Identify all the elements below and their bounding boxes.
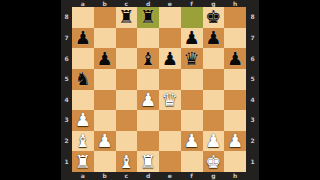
file-label-g: g [203,173,225,179]
piece-white-rook[interactable]: ♜ [140,152,156,170]
square-c4[interactable] [116,90,138,111]
file-label-d: d [137,1,159,7]
piece-white-pawn[interactable]: ♟ [97,132,113,150]
piece-white-pawn[interactable]: ♟ [75,111,91,129]
square-h2[interactable]: ♟ [224,131,246,152]
piece-black-rook[interactable]: ♜ [140,8,156,26]
file-label-h: h [224,1,246,7]
corner-bottom-right [246,172,259,180]
piece-white-pawn[interactable]: ♟ [140,90,156,108]
square-a6[interactable] [72,48,94,69]
square-g3[interactable] [203,110,225,131]
piece-black-pawn[interactable]: ♟ [227,49,243,67]
corner-top-left [61,0,72,7]
square-a8[interactable] [72,7,94,28]
square-d7[interactable] [137,28,159,49]
square-g8[interactable]: ♚ [203,7,225,28]
square-e1[interactable] [159,151,181,172]
square-b7[interactable] [94,28,116,49]
square-e4[interactable]: ♛ [159,90,181,111]
square-a7[interactable]: ♟ [72,28,94,49]
piece-black-knight[interactable]: ♞ [75,70,91,88]
rank-label-4: 4 [246,90,259,111]
square-g2[interactable]: ♟ [203,131,225,152]
piece-black-pawn[interactable]: ♟ [97,49,113,67]
square-f7[interactable]: ♟ [181,28,203,49]
rank-labels-left: 87654321 [61,7,72,172]
file-label-c: c [116,1,138,7]
file-label-b: b [94,1,116,7]
square-c1[interactable]: ♝ [116,151,138,172]
square-b4[interactable] [94,90,116,111]
square-a4[interactable] [72,90,94,111]
square-f4[interactable] [181,90,203,111]
piece-black-pawn[interactable]: ♟ [205,28,221,46]
rank-label-8: 8 [246,7,259,28]
square-h7[interactable] [224,28,246,49]
rank-label-8: 8 [61,7,72,28]
square-g4[interactable] [203,90,225,111]
rank-label-5: 5 [61,69,72,90]
piece-black-queen[interactable]: ♛ [184,49,200,67]
piece-white-pawn[interactable]: ♟ [184,132,200,150]
square-c6[interactable] [116,48,138,69]
square-e7[interactable] [159,28,181,49]
square-d1[interactable]: ♜ [137,151,159,172]
square-g6[interactable] [203,48,225,69]
file-label-f: f [181,173,203,179]
square-b1[interactable] [94,151,116,172]
square-a2[interactable]: ♝ [72,131,94,152]
rank-label-2: 2 [61,131,72,152]
square-e2[interactable] [159,131,181,152]
rank-label-1: 1 [61,151,72,172]
square-h1[interactable] [224,151,246,172]
square-c7[interactable] [116,28,138,49]
file-label-a: a [72,1,94,7]
square-d2[interactable] [137,131,159,152]
square-e3[interactable] [159,110,181,131]
file-label-e: e [159,173,181,179]
square-h3[interactable] [224,110,246,131]
square-b2[interactable]: ♟ [94,131,116,152]
piece-black-pawn[interactable]: ♟ [75,28,91,46]
square-c8[interactable]: ♜ [116,7,138,28]
file-label-a: a [72,173,94,179]
square-a3[interactable]: ♟ [72,110,94,131]
rank-label-3: 3 [61,110,72,131]
square-b8[interactable] [94,7,116,28]
square-f3[interactable] [181,110,203,131]
square-f1[interactable] [181,151,203,172]
square-d4[interactable]: ♟ [137,90,159,111]
file-label-g: g [203,1,225,7]
rank-label-7: 7 [61,28,72,49]
piece-white-king[interactable]: ♚ [205,152,221,170]
square-h6[interactable]: ♟ [224,48,246,69]
square-d8[interactable]: ♜ [137,7,159,28]
square-g1[interactable]: ♚ [203,151,225,172]
square-f2[interactable]: ♟ [181,131,203,152]
piece-black-pawn[interactable]: ♟ [184,28,200,46]
chess-board: ♜♜♚♟♟♟♟♝♟♛♟♞♟♛♟♝♟♟♟♟♜♝♜♚ [72,7,246,172]
piece-black-king[interactable]: ♚ [205,8,221,26]
file-label-h: h [224,173,246,179]
square-e5[interactable] [159,69,181,90]
square-h4[interactable] [224,90,246,111]
board-frame: abcdefgh 87654321 ♜♜♚♟♟♟♟♝♟♛♟♞♟♛♟♝♟♟♟♟♜♝… [61,0,259,180]
piece-white-pawn[interactable]: ♟ [227,132,243,150]
file-label-b: b [94,173,116,179]
square-h8[interactable] [224,7,246,28]
file-label-e: e [159,1,181,7]
rank-label-5: 5 [246,69,259,90]
file-labels-bottom: abcdefgh [72,172,246,180]
chess-app-screen: abcdefgh 87654321 ♜♜♚♟♟♟♟♝♟♛♟♞♟♛♟♝♟♟♟♟♜♝… [0,0,320,180]
rank-label-6: 6 [246,48,259,69]
square-c3[interactable] [116,110,138,131]
piece-black-pawn[interactable]: ♟ [162,49,178,67]
square-d6[interactable]: ♝ [137,48,159,69]
rank-label-7: 7 [246,28,259,49]
piece-black-bishop[interactable]: ♝ [140,49,156,67]
square-b5[interactable] [94,69,116,90]
square-c2[interactable] [116,131,138,152]
square-f5[interactable] [181,69,203,90]
square-c5[interactable] [116,69,138,90]
file-labels-top: abcdefgh [72,0,246,7]
rank-label-6: 6 [61,48,72,69]
square-g5[interactable] [203,69,225,90]
piece-white-queen[interactable]: ♛ [162,90,178,108]
rank-label-4: 4 [61,90,72,111]
square-f6[interactable]: ♛ [181,48,203,69]
piece-white-rook[interactable]: ♜ [75,152,91,170]
file-label-d: d [137,173,159,179]
piece-white-pawn[interactable]: ♟ [205,132,221,150]
corner-bottom-left [61,172,72,180]
square-d5[interactable] [137,69,159,90]
square-b3[interactable] [94,110,116,131]
square-f8[interactable] [181,7,203,28]
rank-label-1: 1 [246,151,259,172]
square-a1[interactable]: ♜ [72,151,94,172]
square-h5[interactable] [224,69,246,90]
corner-top-right [246,0,259,7]
rank-label-3: 3 [246,110,259,131]
square-e8[interactable] [159,7,181,28]
file-label-f: f [181,1,203,7]
rank-labels-right: 87654321 [246,7,259,172]
square-g7[interactable]: ♟ [203,28,225,49]
piece-black-rook[interactable]: ♜ [118,8,134,26]
square-d3[interactable] [137,110,159,131]
rank-label-2: 2 [246,131,259,152]
square-b6[interactable]: ♟ [94,48,116,69]
file-label-c: c [116,173,138,179]
piece-white-bishop[interactable]: ♝ [75,132,91,150]
square-a5[interactable]: ♞ [72,69,94,90]
piece-white-bishop[interactable]: ♝ [118,152,134,170]
square-e6[interactable]: ♟ [159,48,181,69]
